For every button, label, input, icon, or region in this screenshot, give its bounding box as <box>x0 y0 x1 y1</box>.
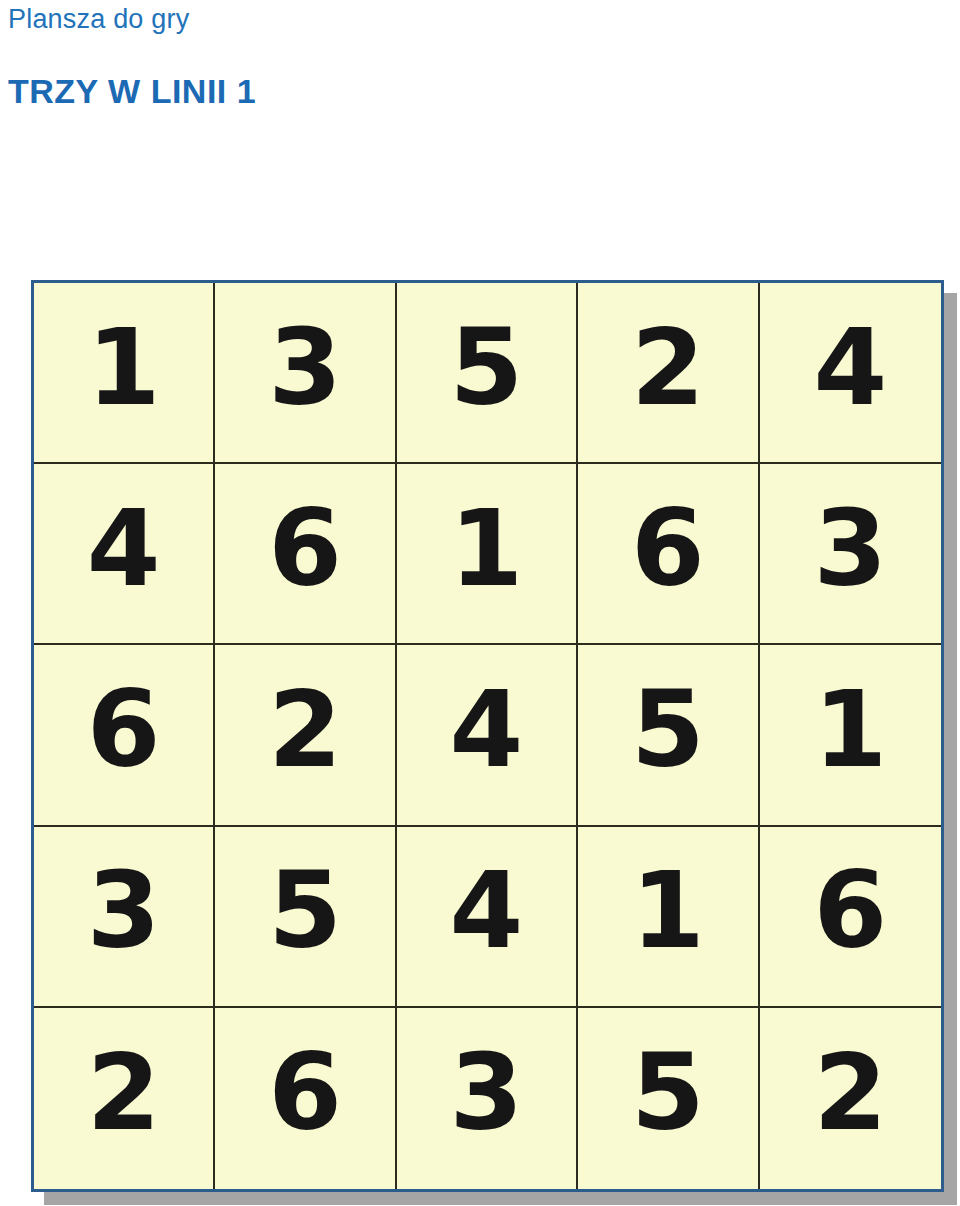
page-title: Plansza do gry <box>8 4 189 35</box>
cell-r4-c3[interactable]: 4 <box>397 827 578 1008</box>
page: Plansza do gry TRZY W LINII 1 1352446163… <box>0 0 960 1206</box>
cell-r1-c3[interactable]: 5 <box>397 283 578 464</box>
cell-r3-c4[interactable]: 5 <box>578 645 759 826</box>
cell-r4-c4[interactable]: 1 <box>578 827 759 1008</box>
cell-r2-c1[interactable]: 4 <box>34 464 215 645</box>
cell-r5-c1[interactable]: 2 <box>34 1008 215 1189</box>
cell-r3-c3[interactable]: 4 <box>397 645 578 826</box>
cell-r4-c5[interactable]: 6 <box>760 827 941 1008</box>
cell-r3-c1[interactable]: 6 <box>34 645 215 826</box>
cell-r1-c1[interactable]: 1 <box>34 283 215 464</box>
cell-r1-c5[interactable]: 4 <box>760 283 941 464</box>
cell-r5-c5[interactable]: 2 <box>760 1008 941 1189</box>
cell-r2-c5[interactable]: 3 <box>760 464 941 645</box>
cell-r2-c2[interactable]: 6 <box>215 464 396 645</box>
cell-r3-c5[interactable]: 1 <box>760 645 941 826</box>
board-subtitle: TRZY W LINII 1 <box>8 72 256 111</box>
cell-r2-c4[interactable]: 6 <box>578 464 759 645</box>
cell-r4-c2[interactable]: 5 <box>215 827 396 1008</box>
cell-r1-c4[interactable]: 2 <box>578 283 759 464</box>
cell-r4-c1[interactable]: 3 <box>34 827 215 1008</box>
cell-r5-c4[interactable]: 5 <box>578 1008 759 1189</box>
cell-r1-c2[interactable]: 3 <box>215 283 396 464</box>
cell-r5-c3[interactable]: 3 <box>397 1008 578 1189</box>
cell-r3-c2[interactable]: 2 <box>215 645 396 826</box>
cell-r2-c3[interactable]: 1 <box>397 464 578 645</box>
game-board: 1352446163624513541626352 <box>31 280 944 1192</box>
cell-r5-c2[interactable]: 6 <box>215 1008 396 1189</box>
